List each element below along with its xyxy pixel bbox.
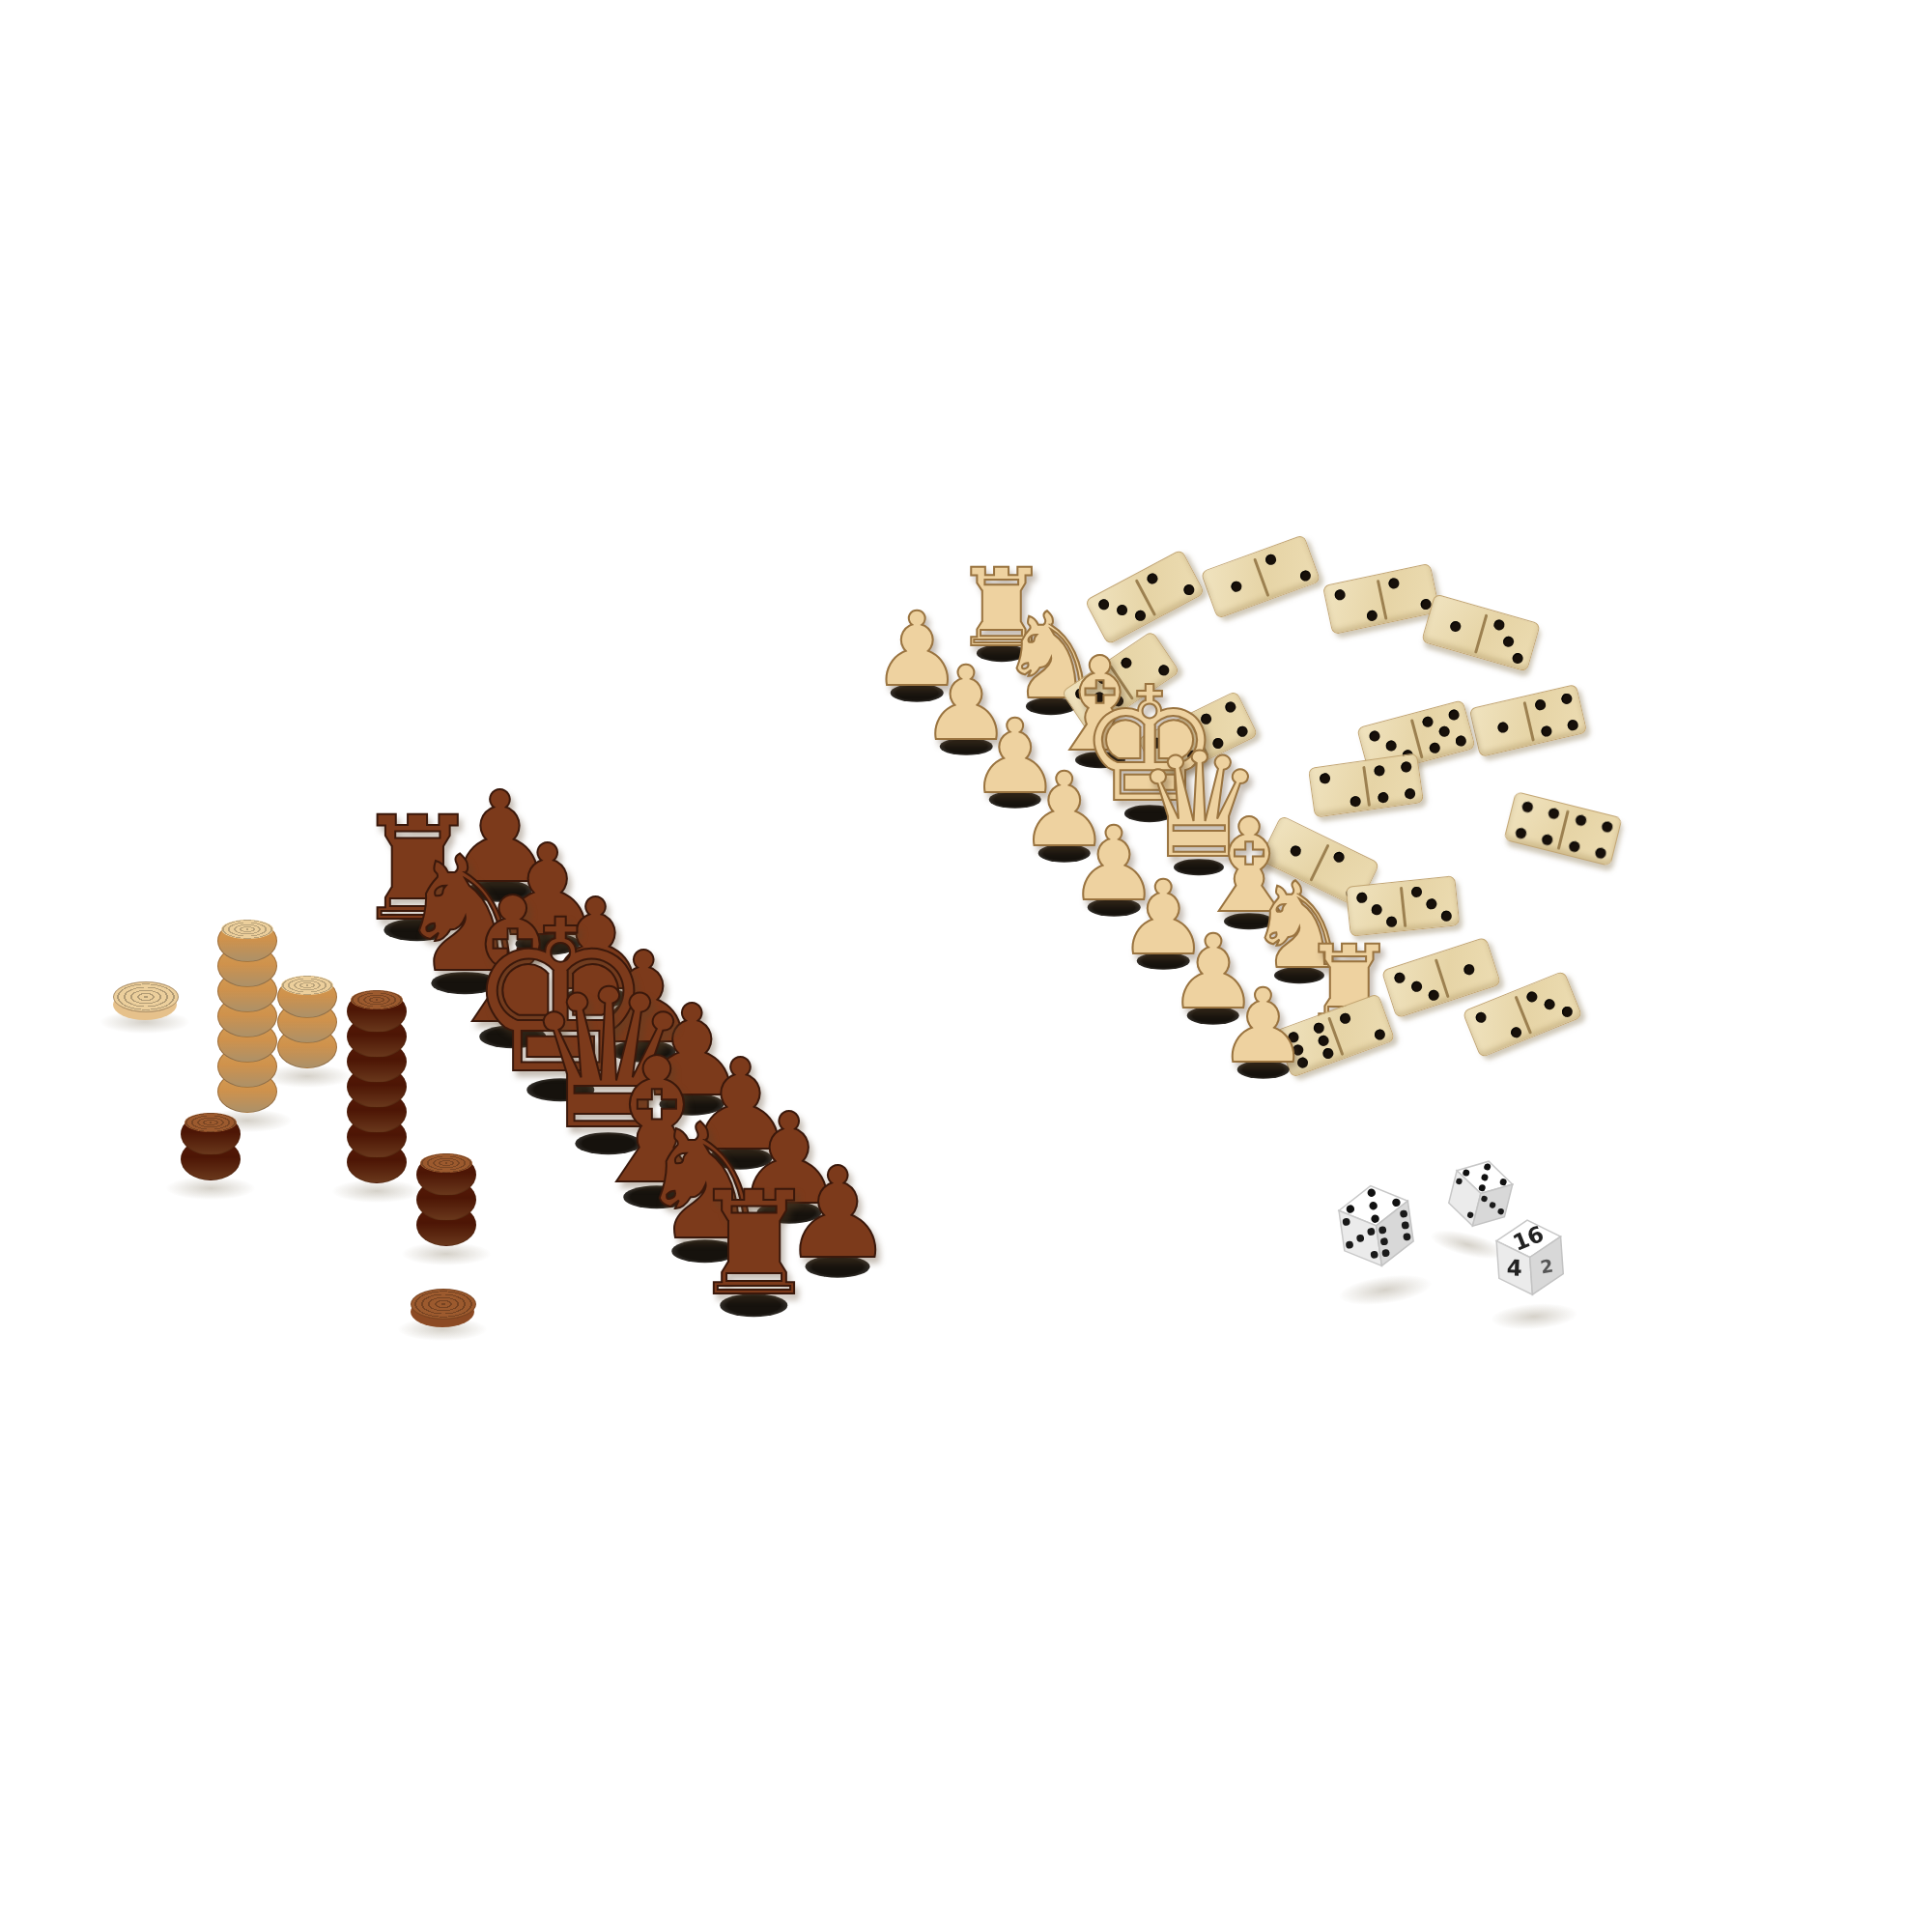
square-e4[interactable] <box>829 887 961 980</box>
white-pawn-a2[interactable]: ♟ <box>1217 977 1309 1079</box>
square-e5[interactable] <box>745 926 877 1019</box>
square-c4[interactable] <box>926 994 1060 1087</box>
rank-label-4-right: 4 <box>1108 1177 1153 1205</box>
rank-label-5-left: 5 <box>607 757 650 785</box>
square-g4[interactable] <box>732 781 865 873</box>
domino-tile-2-2[interactable] <box>1322 563 1440 636</box>
rank-label-4-left: 4 <box>690 718 733 746</box>
domino-tile-4-4[interactable] <box>1503 791 1622 867</box>
square-b5[interactable] <box>891 1087 1024 1179</box>
rank-label-8-right: 8 <box>769 1333 813 1361</box>
game-set-photo-scene: AABBCCDDEEFFGGHH1122334455667788 ♜♞♝♛♚♝♞… <box>0 0 1932 1932</box>
square-h4[interactable] <box>684 727 815 820</box>
doubling-cube[interactable]: 1642 <box>1464 1190 1595 1331</box>
domino-tile-1-3[interactable] <box>1421 593 1541 671</box>
hinge-pin <box>1062 1192 1114 1229</box>
square-f5[interactable] <box>697 872 829 965</box>
rank-label-1-right: 1 <box>1365 1058 1410 1086</box>
rank-label-3-right: 3 <box>1193 1137 1238 1165</box>
square-b4[interactable] <box>976 1047 1110 1141</box>
square-f4[interactable] <box>781 834 913 926</box>
black-rook-a8[interactable]: ♜ <box>690 1173 818 1316</box>
svg-text:4: 4 <box>1506 1256 1522 1282</box>
die-1[interactable] <box>1301 1149 1451 1308</box>
rank-label-3-left: 3 <box>774 678 818 706</box>
domino-tile-2-4[interactable] <box>1308 753 1424 817</box>
square-a5[interactable] <box>940 1141 1074 1235</box>
rank-label-5-right: 5 <box>1023 1216 1067 1244</box>
domino-tile-1-4[interactable] <box>1469 684 1588 757</box>
rank-label-2-right: 2 <box>1279 1097 1324 1125</box>
rank-label-6-right: 6 <box>938 1256 982 1284</box>
domino-tile-1-2[interactable] <box>1201 534 1321 619</box>
hinge-pin <box>644 733 696 769</box>
square-c5[interactable] <box>842 1033 976 1125</box>
square-d5[interactable] <box>794 980 926 1072</box>
rank-label-7-right: 7 <box>853 1294 897 1322</box>
square-g5[interactable] <box>649 819 781 912</box>
square-a4[interactable] <box>1024 1101 1158 1195</box>
square-h5[interactable] <box>601 767 732 860</box>
square-d4[interactable] <box>877 940 1010 1033</box>
